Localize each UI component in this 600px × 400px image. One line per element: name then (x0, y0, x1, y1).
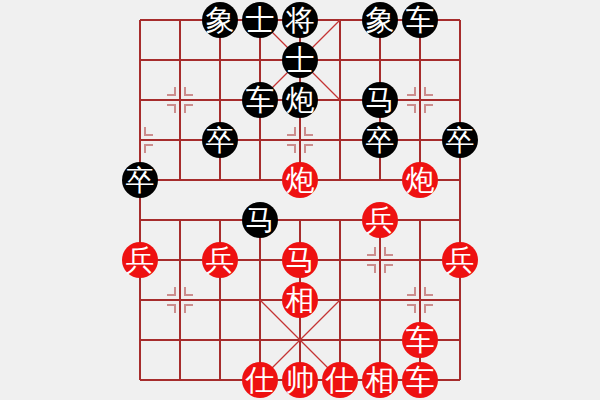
piece-red-soldier[interactable]: 兵 (202, 242, 238, 278)
piece-black-elephant[interactable]: 象 (362, 2, 398, 38)
piece-black-elephant[interactable]: 象 (202, 2, 238, 38)
piece-black-soldier[interactable]: 卒 (362, 122, 398, 158)
piece-black-cannon[interactable]: 炮 (282, 82, 318, 118)
piece-black-chariot[interactable]: 车 (242, 82, 278, 118)
xiangqi-board[interactable]: 象士将象车士车炮马卒卒卒卒马炮炮兵兵兵马兵相车仕帅仕相车 (0, 0, 600, 400)
piece-red-soldier[interactable]: 兵 (122, 242, 158, 278)
piece-red-soldier[interactable]: 兵 (442, 242, 478, 278)
piece-red-chariot[interactable]: 车 (402, 322, 438, 358)
piece-black-horse[interactable]: 马 (362, 82, 398, 118)
piece-red-soldier[interactable]: 兵 (362, 202, 398, 238)
piece-black-chariot[interactable]: 车 (402, 2, 438, 38)
piece-red-general[interactable]: 帅 (282, 362, 318, 398)
piece-black-soldier[interactable]: 卒 (202, 122, 238, 158)
piece-red-elephant[interactable]: 相 (362, 362, 398, 398)
piece-black-advisor[interactable]: 士 (282, 42, 318, 78)
piece-black-soldier[interactable]: 卒 (122, 162, 158, 198)
piece-red-cannon[interactable]: 炮 (402, 162, 438, 198)
pieces-layer: 象士将象车士车炮马卒卒卒卒马炮炮兵兵兵马兵相车仕帅仕相车 (0, 0, 600, 400)
piece-black-horse[interactable]: 马 (242, 202, 278, 238)
piece-red-elephant[interactable]: 相 (282, 282, 318, 318)
piece-red-chariot[interactable]: 车 (402, 362, 438, 398)
piece-red-advisor[interactable]: 仕 (242, 362, 278, 398)
piece-red-advisor[interactable]: 仕 (322, 362, 358, 398)
piece-red-cannon[interactable]: 炮 (282, 162, 318, 198)
piece-black-soldier[interactable]: 卒 (442, 122, 478, 158)
piece-black-general[interactable]: 将 (282, 2, 318, 38)
piece-black-advisor[interactable]: 士 (242, 2, 278, 38)
piece-red-horse[interactable]: 马 (282, 242, 318, 278)
